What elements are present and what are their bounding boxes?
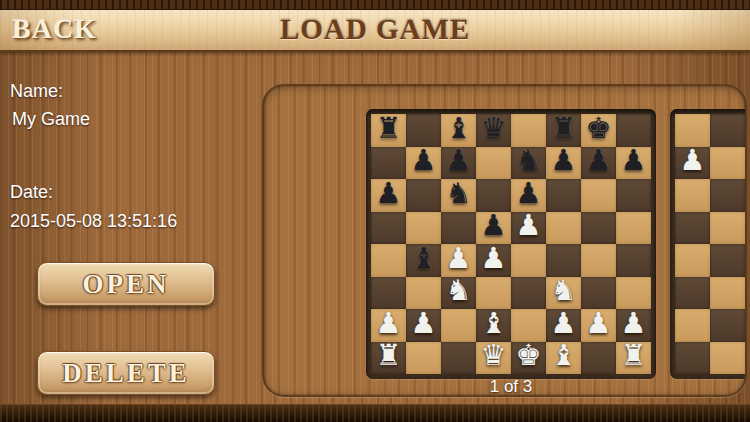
square-c7: ♟	[441, 147, 476, 180]
square-g1	[581, 342, 616, 375]
black-bishop-piece: ♝	[411, 244, 437, 273]
square-a8: ♜	[371, 114, 406, 147]
square-c4: ♟	[441, 244, 476, 277]
square-f6	[546, 179, 581, 212]
square-a4	[675, 244, 710, 277]
white-pawn-piece: ♟	[680, 146, 706, 175]
square-c2	[441, 309, 476, 342]
square-b3	[710, 277, 745, 310]
square-g5	[581, 212, 616, 245]
square-c6	[745, 179, 747, 212]
square-h5	[616, 212, 651, 245]
square-b4	[710, 244, 745, 277]
square-d8: ♛	[476, 114, 511, 147]
square-b4: ♝	[406, 244, 441, 277]
square-d4: ♟	[476, 244, 511, 277]
square-h7: ♟	[616, 147, 651, 180]
date-label: Date:	[10, 182, 53, 203]
name-label: Name:	[10, 81, 63, 102]
square-b2: ♟	[406, 309, 441, 342]
black-pawn-piece: ♟	[446, 146, 472, 175]
next-chess-board: ♟	[675, 114, 747, 374]
square-b7	[710, 147, 745, 180]
square-a6: ♟	[371, 179, 406, 212]
square-d2: ♝	[476, 309, 511, 342]
square-c7	[745, 147, 747, 180]
square-f8: ♜	[546, 114, 581, 147]
square-e3	[511, 277, 546, 310]
date-value: 2015-05-08 13:51:16	[10, 211, 177, 232]
page-indicator: 1 of 3	[366, 377, 656, 397]
black-pawn-piece: ♟	[586, 146, 612, 175]
name-value: My Game	[12, 109, 90, 130]
square-h4	[616, 244, 651, 277]
white-bishop-piece: ♝	[551, 341, 577, 370]
square-a3	[675, 277, 710, 310]
white-pawn-piece: ♟	[481, 244, 507, 273]
square-e6: ♟	[511, 179, 546, 212]
black-pawn-piece: ♟	[621, 146, 647, 175]
square-h3	[616, 277, 651, 310]
square-c5	[441, 212, 476, 245]
square-b1	[406, 342, 441, 375]
square-a4	[371, 244, 406, 277]
square-c6: ♞	[441, 179, 476, 212]
square-c5	[745, 212, 747, 245]
square-e1: ♚	[511, 342, 546, 375]
square-e5: ♟	[511, 212, 546, 245]
white-bishop-piece: ♝	[481, 309, 507, 338]
black-pawn-piece: ♟	[481, 211, 507, 240]
black-rook-piece: ♜	[551, 114, 577, 143]
square-b3	[406, 277, 441, 310]
bottom-wood-trim	[0, 404, 750, 422]
next-game-board-preview: ♟	[670, 109, 747, 379]
chess-board: ♜♝♛♜♚♟♟♞♟♟♟♟♞♟♟♟♝♟♟♞♞♟♟♝♟♟♟♜♛♚♝♜	[371, 114, 651, 374]
square-f2: ♟	[546, 309, 581, 342]
square-f3: ♞	[546, 277, 581, 310]
white-pawn-piece: ♟	[621, 309, 647, 338]
white-pawn-piece: ♟	[411, 309, 437, 338]
black-pawn-piece: ♟	[411, 146, 437, 175]
black-bishop-piece: ♝	[446, 114, 472, 143]
square-c3	[745, 277, 747, 310]
page-title: LOAD GAME	[0, 13, 750, 46]
square-b5	[710, 212, 745, 245]
square-b2	[710, 309, 745, 342]
square-a2	[675, 309, 710, 342]
square-h8	[616, 114, 651, 147]
square-f4	[546, 244, 581, 277]
square-a6	[675, 179, 710, 212]
square-b5	[406, 212, 441, 245]
black-rook-piece: ♜	[376, 114, 402, 143]
square-c8: ♝	[441, 114, 476, 147]
title-bar: BACK LOAD GAME	[0, 10, 750, 52]
black-pawn-piece: ♟	[551, 146, 577, 175]
square-h6	[616, 179, 651, 212]
square-a7	[371, 147, 406, 180]
square-f7: ♟	[546, 147, 581, 180]
square-g8: ♚	[581, 114, 616, 147]
black-pawn-piece: ♟	[516, 179, 542, 208]
square-c1	[745, 342, 747, 375]
white-knight-piece: ♞	[551, 276, 577, 305]
square-d1: ♛	[476, 342, 511, 375]
square-g4	[581, 244, 616, 277]
square-g3	[581, 277, 616, 310]
square-c8	[745, 114, 747, 147]
square-b8	[710, 114, 745, 147]
black-knight-piece: ♞	[516, 146, 542, 175]
white-pawn-piece: ♟	[376, 309, 402, 338]
load-game-screen: BACK LOAD GAME Name: My Game Date: 2015-…	[0, 0, 750, 422]
square-b1	[710, 342, 745, 375]
square-f5	[546, 212, 581, 245]
saved-games-carousel[interactable]: ♜♝♛♜♚♟♟♞♟♟♟♟♞♟♟♟♝♟♟♞♞♟♟♝♟♟♟♜♛♚♝♜ ♟ 1 of …	[262, 84, 747, 397]
square-b6	[710, 179, 745, 212]
square-e7: ♞	[511, 147, 546, 180]
black-knight-piece: ♞	[446, 179, 472, 208]
square-e2	[511, 309, 546, 342]
black-pawn-piece: ♟	[376, 179, 402, 208]
black-queen-piece: ♛	[481, 114, 507, 143]
white-rook-piece: ♜	[621, 341, 647, 370]
square-d3	[476, 277, 511, 310]
square-h1: ♜	[616, 342, 651, 375]
white-pawn-piece: ♟	[516, 211, 542, 240]
square-b8	[406, 114, 441, 147]
square-a8	[675, 114, 710, 147]
square-d5: ♟	[476, 212, 511, 245]
square-d7	[476, 147, 511, 180]
top-wood-trim	[0, 0, 750, 10]
square-g2: ♟	[581, 309, 616, 342]
square-a1	[675, 342, 710, 375]
open-button[interactable]: OPEN	[37, 262, 215, 306]
square-a5	[675, 212, 710, 245]
white-pawn-piece: ♟	[446, 244, 472, 273]
square-b6	[406, 179, 441, 212]
white-rook-piece: ♜	[376, 341, 402, 370]
square-c2	[745, 309, 747, 342]
square-f1: ♝	[546, 342, 581, 375]
square-a2: ♟	[371, 309, 406, 342]
square-a1: ♜	[371, 342, 406, 375]
white-knight-piece: ♞	[446, 276, 472, 305]
square-h2: ♟	[616, 309, 651, 342]
white-pawn-piece: ♟	[586, 309, 612, 338]
delete-button[interactable]: DELETE	[37, 351, 215, 395]
square-d6	[476, 179, 511, 212]
square-e4	[511, 244, 546, 277]
square-c3: ♞	[441, 277, 476, 310]
white-king-piece: ♚	[516, 341, 542, 370]
square-e8	[511, 114, 546, 147]
square-c4	[745, 244, 747, 277]
square-a7: ♟	[675, 147, 710, 180]
square-a5	[371, 212, 406, 245]
square-a3	[371, 277, 406, 310]
square-g7: ♟	[581, 147, 616, 180]
square-b7: ♟	[406, 147, 441, 180]
square-g6	[581, 179, 616, 212]
white-pawn-piece: ♟	[551, 309, 577, 338]
black-king-piece: ♚	[586, 114, 612, 143]
chess-board-preview: ♜♝♛♜♚♟♟♞♟♟♟♟♞♟♟♟♝♟♟♞♞♟♟♝♟♟♟♜♛♚♝♜	[366, 109, 656, 379]
white-queen-piece: ♛	[481, 341, 507, 370]
square-c1	[441, 342, 476, 375]
